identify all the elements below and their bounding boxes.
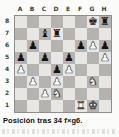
square-d1 bbox=[51, 100, 63, 112]
square-f3 bbox=[75, 76, 87, 88]
square-h3 bbox=[99, 76, 111, 88]
square-e3 bbox=[63, 76, 75, 88]
square-g5 bbox=[87, 52, 99, 64]
square-c1 bbox=[39, 100, 51, 112]
file-label-c: C bbox=[38, 3, 50, 15]
chess-board: ♚♜♝♜♟♟♟♟♟♟♟♟♟♟♟♟♟♞♟♞♜♚ bbox=[14, 15, 112, 113]
square-g1: ♚ bbox=[87, 100, 99, 112]
rank-labels: 87654321 bbox=[0, 15, 14, 113]
piece-black-pawn-f6: ♟ bbox=[76, 40, 86, 52]
file-labels: ABCDEFGH bbox=[14, 3, 119, 15]
square-a3 bbox=[15, 76, 27, 88]
piece-white-king-g1: ♚ bbox=[88, 100, 98, 112]
piece-white-knight-g3: ♞ bbox=[88, 76, 98, 88]
square-f5 bbox=[75, 52, 87, 64]
piece-white-rook-f1: ♜ bbox=[76, 100, 86, 112]
file-label-f: F bbox=[74, 3, 86, 15]
square-g6: ♟ bbox=[87, 40, 99, 52]
square-e2 bbox=[63, 88, 75, 100]
rank-label-5: 5 bbox=[0, 51, 14, 63]
square-f6: ♟ bbox=[75, 40, 87, 52]
square-b2 bbox=[27, 88, 39, 100]
file-label-b: B bbox=[26, 3, 38, 15]
piece-black-king-g8: ♚ bbox=[88, 16, 98, 28]
square-d2: ♞ bbox=[51, 88, 63, 100]
square-a4: ♟ bbox=[15, 64, 27, 76]
piece-black-rook-d7: ♜ bbox=[52, 28, 62, 40]
file-label-g: G bbox=[86, 3, 98, 15]
rank-label-4: 4 bbox=[0, 63, 14, 75]
rank-label-2: 2 bbox=[0, 87, 14, 99]
piece-white-pawn-c2: ♟ bbox=[40, 88, 50, 100]
square-d7: ♜ bbox=[51, 28, 63, 40]
rank-label-1: 1 bbox=[0, 99, 14, 111]
square-a1 bbox=[15, 100, 27, 112]
square-h2 bbox=[99, 88, 111, 100]
square-e8 bbox=[63, 16, 75, 28]
rank-label-6: 6 bbox=[0, 39, 14, 51]
square-b1 bbox=[27, 100, 39, 112]
square-a8 bbox=[15, 16, 27, 28]
piece-white-pawn-g6: ♟ bbox=[88, 40, 98, 52]
piece-black-pawn-b6: ♟ bbox=[28, 40, 38, 52]
clipped-next-text-line bbox=[2, 129, 117, 134]
square-b5 bbox=[27, 52, 39, 64]
square-h8: ♜ bbox=[99, 16, 111, 28]
diagram-caption: Posición tras 34 f×g6. bbox=[3, 116, 119, 125]
square-b3: ♟ bbox=[27, 76, 39, 88]
square-f8 bbox=[75, 16, 87, 28]
piece-white-pawn-a4: ♟ bbox=[16, 64, 26, 76]
square-h4 bbox=[99, 64, 111, 76]
piece-white-pawn-h5: ♟ bbox=[100, 52, 110, 64]
square-f4 bbox=[75, 64, 87, 76]
file-label-a: A bbox=[14, 3, 26, 15]
square-h5: ♟ bbox=[99, 52, 111, 64]
square-e4: ♟ bbox=[63, 64, 75, 76]
square-g3: ♞ bbox=[87, 76, 99, 88]
square-e1 bbox=[63, 100, 75, 112]
square-a7 bbox=[15, 28, 27, 40]
square-c5: ♟ bbox=[39, 52, 51, 64]
square-b8 bbox=[27, 16, 39, 28]
piece-black-pawn-c5: ♟ bbox=[40, 52, 50, 64]
piece-white-pawn-b3: ♟ bbox=[28, 76, 38, 88]
square-g8: ♚ bbox=[87, 16, 99, 28]
piece-white-pawn-e4: ♟ bbox=[64, 64, 74, 76]
chess-diagram: ABCDEFGH 87654321 ♚♜♝♜♟♟♟♟♟♟♟♟♟♟♟♟♟♞♟♞♜♚… bbox=[0, 0, 119, 137]
square-b6: ♟ bbox=[27, 40, 39, 52]
square-h1 bbox=[99, 100, 111, 112]
square-c7: ♝ bbox=[39, 28, 51, 40]
rank-label-7: 7 bbox=[0, 27, 14, 39]
square-d6 bbox=[51, 40, 63, 52]
square-a2 bbox=[15, 88, 27, 100]
piece-black-bishop-c7: ♝ bbox=[40, 28, 50, 40]
square-c2: ♟ bbox=[39, 88, 51, 100]
rank-label-3: 3 bbox=[0, 75, 14, 87]
square-f1: ♜ bbox=[75, 100, 87, 112]
square-c4 bbox=[39, 64, 51, 76]
file-label-e: E bbox=[62, 3, 74, 15]
piece-white-knight-d2: ♞ bbox=[52, 88, 62, 100]
square-e7 bbox=[63, 28, 75, 40]
piece-black-rook-h8: ♜ bbox=[100, 16, 110, 28]
file-label-h: H bbox=[98, 3, 110, 15]
rank-label-8: 8 bbox=[0, 15, 14, 27]
file-label-d: D bbox=[50, 3, 62, 15]
